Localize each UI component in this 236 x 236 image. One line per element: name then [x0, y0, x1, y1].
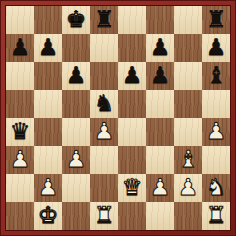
square-h1[interactable]: ♜	[202, 202, 230, 230]
square-g1[interactable]	[174, 202, 202, 230]
square-a7[interactable]: ♟	[6, 34, 34, 62]
black-queen-piece: ♛	[6, 118, 34, 146]
square-g2[interactable]: ♟	[174, 174, 202, 202]
square-h2[interactable]: ♞	[202, 174, 230, 202]
square-c4[interactable]	[62, 118, 90, 146]
square-h4[interactable]: ♟	[202, 118, 230, 146]
black-bishop-piece: ♝	[202, 62, 230, 90]
black-knight-piece: ♞	[90, 90, 118, 118]
white-queen-piece: ♛	[118, 174, 146, 202]
square-a6[interactable]	[6, 62, 34, 90]
square-h8[interactable]: ♜	[202, 6, 230, 34]
square-f6[interactable]: ♟	[146, 62, 174, 90]
square-b2[interactable]: ♟	[34, 174, 62, 202]
black-pawn-piece: ♟	[118, 62, 146, 90]
square-c7[interactable]	[62, 34, 90, 62]
black-pawn-piece: ♟	[202, 34, 230, 62]
square-c5[interactable]	[62, 90, 90, 118]
white-pawn-piece: ♟	[62, 146, 90, 174]
square-a8[interactable]	[6, 6, 34, 34]
white-pawn-piece: ♟	[174, 174, 202, 202]
chess-board-frame: ♚♜♜♟♟♟♟♟♟♟♝♞♛♟♟♟♟♝♟♛♟♟♞♚♜♜	[0, 0, 236, 236]
square-b7[interactable]: ♟	[34, 34, 62, 62]
square-e3[interactable]	[118, 146, 146, 174]
square-e1[interactable]	[118, 202, 146, 230]
square-g5[interactable]	[174, 90, 202, 118]
square-b8[interactable]	[34, 6, 62, 34]
square-b4[interactable]	[34, 118, 62, 146]
square-g4[interactable]	[174, 118, 202, 146]
square-d2[interactable]	[90, 174, 118, 202]
square-b1[interactable]: ♚	[34, 202, 62, 230]
square-f8[interactable]	[146, 6, 174, 34]
square-a5[interactable]	[6, 90, 34, 118]
square-c6[interactable]: ♟	[62, 62, 90, 90]
square-f1[interactable]	[146, 202, 174, 230]
black-rook-piece: ♜	[202, 6, 230, 34]
square-b5[interactable]	[34, 90, 62, 118]
square-g7[interactable]	[174, 34, 202, 62]
white-pawn-piece: ♟	[90, 118, 118, 146]
square-b6[interactable]	[34, 62, 62, 90]
square-b3[interactable]	[34, 146, 62, 174]
chess-board: ♚♜♜♟♟♟♟♟♟♟♝♞♛♟♟♟♟♝♟♛♟♟♞♚♜♜	[6, 6, 230, 230]
square-e6[interactable]: ♟	[118, 62, 146, 90]
square-a3[interactable]: ♟	[6, 146, 34, 174]
square-c3[interactable]: ♟	[62, 146, 90, 174]
square-g6[interactable]	[174, 62, 202, 90]
black-king-piece: ♚	[62, 6, 90, 34]
square-c1[interactable]	[62, 202, 90, 230]
white-pawn-piece: ♟	[6, 146, 34, 174]
square-h3[interactable]	[202, 146, 230, 174]
square-h6[interactable]: ♝	[202, 62, 230, 90]
square-e5[interactable]	[118, 90, 146, 118]
square-a2[interactable]	[6, 174, 34, 202]
square-g3[interactable]: ♝	[174, 146, 202, 174]
square-a1[interactable]	[6, 202, 34, 230]
white-rook-piece: ♜	[202, 202, 230, 230]
black-pawn-piece: ♟	[6, 34, 34, 62]
white-pawn-piece: ♟	[202, 118, 230, 146]
square-f4[interactable]	[146, 118, 174, 146]
white-bishop-piece: ♝	[174, 146, 202, 174]
square-d4[interactable]: ♟	[90, 118, 118, 146]
square-f2[interactable]: ♟	[146, 174, 174, 202]
square-f7[interactable]: ♟	[146, 34, 174, 62]
square-c2[interactable]	[62, 174, 90, 202]
square-c8[interactable]: ♚	[62, 6, 90, 34]
black-pawn-piece: ♟	[34, 34, 62, 62]
square-d6[interactable]	[90, 62, 118, 90]
square-d7[interactable]	[90, 34, 118, 62]
black-rook-piece: ♜	[90, 6, 118, 34]
square-d1[interactable]: ♜	[90, 202, 118, 230]
square-e2[interactable]: ♛	[118, 174, 146, 202]
white-king-piece: ♚	[34, 202, 62, 230]
white-knight-piece: ♞	[202, 174, 230, 202]
white-pawn-piece: ♟	[34, 174, 62, 202]
square-d5[interactable]: ♞	[90, 90, 118, 118]
square-g8[interactable]	[174, 6, 202, 34]
black-pawn-piece: ♟	[146, 62, 174, 90]
square-h5[interactable]	[202, 90, 230, 118]
square-h7[interactable]: ♟	[202, 34, 230, 62]
square-e7[interactable]	[118, 34, 146, 62]
square-e8[interactable]	[118, 6, 146, 34]
square-d8[interactable]: ♜	[90, 6, 118, 34]
square-a4[interactable]: ♛	[6, 118, 34, 146]
white-rook-piece: ♜	[90, 202, 118, 230]
square-f5[interactable]	[146, 90, 174, 118]
square-f3[interactable]	[146, 146, 174, 174]
square-d3[interactable]	[90, 146, 118, 174]
black-pawn-piece: ♟	[146, 34, 174, 62]
square-e4[interactable]	[118, 118, 146, 146]
black-pawn-piece: ♟	[62, 62, 90, 90]
white-pawn-piece: ♟	[146, 174, 174, 202]
